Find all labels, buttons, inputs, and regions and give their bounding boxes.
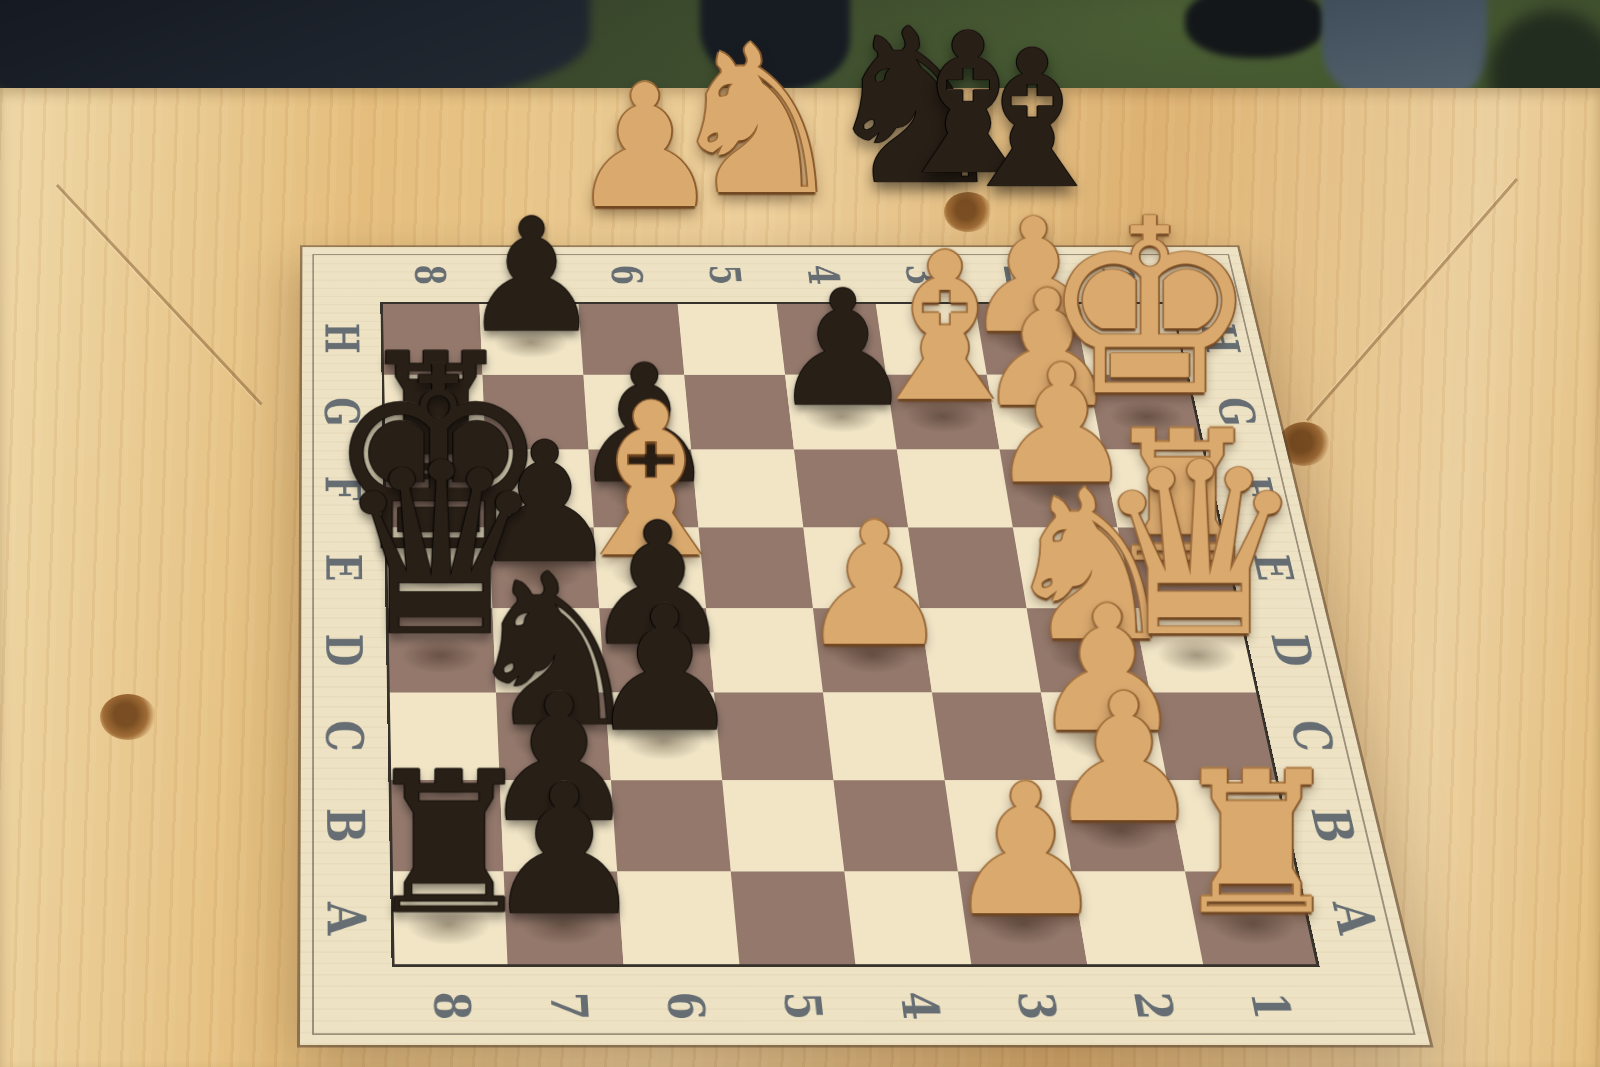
rank-label-bottom-7: 7 — [542, 991, 593, 1020]
captured-black-bishop: ♝ — [947, 26, 1117, 216]
rank-label-bottom-1: 1 — [1242, 991, 1298, 1020]
square-b5[interactable] — [722, 780, 844, 871]
rank-label-bottom-4: 4 — [892, 991, 945, 1020]
rank-label-bottom-2: 2 — [1125, 991, 1180, 1020]
rank-label-top-5: 5 — [702, 264, 746, 284]
wood-knot — [100, 694, 156, 740]
board-margin: 5 — [740, 967, 865, 1045]
captured-pieces-tray: ♟♞♞♝♝ — [0, 0, 1600, 260]
board-margin: 3 — [972, 967, 1101, 1045]
rank-label-bottom-3: 3 — [1009, 991, 1063, 1020]
rank-label-bottom-6: 6 — [659, 991, 711, 1020]
square-a3[interactable]: ♟ — [958, 871, 1088, 966]
black-pawn[interactable]: ♟ — [483, 761, 645, 942]
square-a7[interactable]: ♟ — [504, 871, 624, 966]
rank-label-bottom-5: 5 — [776, 991, 829, 1020]
chess-board: 8877665544332211HHGGFFEEDDCCBBAA♟♟♟♝♟♚♜♟… — [300, 247, 1430, 1045]
square-b4[interactable] — [833, 780, 957, 871]
board-margin: 8 — [392, 967, 511, 1045]
square-c4[interactable] — [823, 693, 945, 781]
board-margin: 6 — [624, 967, 747, 1045]
board-margin: 4 — [856, 967, 983, 1045]
white-rook[interactable]: ♜ — [1169, 746, 1344, 942]
rank-label-bottom-8: 8 — [426, 991, 476, 1020]
board-margin: 1 — [1204, 967, 1337, 1045]
board-margin: 2 — [1088, 967, 1219, 1045]
board-margin: 7 — [508, 967, 629, 1045]
white-pawn[interactable]: ♟ — [945, 761, 1107, 942]
square-a1[interactable]: ♜ — [1185, 871, 1320, 966]
rank-label-top-6: 6 — [604, 264, 647, 284]
white-pawn[interactable]: ♟ — [798, 500, 950, 670]
rank-label-top-8: 8 — [408, 264, 450, 284]
square-a5[interactable] — [731, 871, 856, 966]
square-d4[interactable]: ♟ — [813, 608, 932, 692]
